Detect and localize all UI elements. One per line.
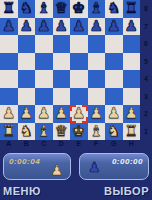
- square-d2[interactable]: ♟: [53, 105, 71, 123]
- square-g5[interactable]: [105, 53, 123, 71]
- square-f1[interactable]: ♝: [88, 123, 106, 141]
- square-c4[interactable]: [35, 70, 53, 88]
- piece-black-knight: ♞: [105, 0, 123, 18]
- square-f8[interactable]: ♝: [88, 0, 106, 18]
- file-label-a: A: [0, 139, 18, 148]
- square-b3[interactable]: [18, 88, 36, 106]
- square-h6[interactable]: [123, 35, 141, 53]
- piece-white-pawn: ♟: [53, 105, 71, 123]
- square-b1[interactable]: ♞: [18, 123, 36, 141]
- square-f3[interactable]: [88, 88, 106, 106]
- piece-black-pawn: ♟: [70, 18, 88, 36]
- square-a1[interactable]: ♜: [0, 123, 18, 141]
- square-g3[interactable]: [105, 88, 123, 106]
- square-a2[interactable]: ♟: [0, 105, 18, 123]
- file-label-f: F: [88, 139, 106, 148]
- piece-white-pawn: ♟: [123, 105, 141, 123]
- piece-black-rook: ♜: [0, 0, 18, 18]
- piece-white-queen: ♛: [53, 123, 71, 141]
- square-g1[interactable]: ♞: [105, 123, 123, 141]
- square-h3[interactable]: [123, 88, 141, 106]
- square-c5[interactable]: [35, 53, 53, 71]
- piece-black-knight: ♞: [18, 0, 36, 18]
- square-c6[interactable]: [35, 35, 53, 53]
- piece-black-pawn: ♟: [18, 18, 36, 36]
- square-a3[interactable]: [0, 88, 18, 106]
- black-clock-time: 0:00:00: [112, 157, 143, 166]
- rank-label-3: 3: [140, 88, 152, 106]
- square-e3[interactable]: [70, 88, 88, 106]
- square-b5[interactable]: [18, 53, 36, 71]
- white-pawn-icon: ♟: [50, 163, 63, 177]
- square-a5[interactable]: [0, 53, 18, 71]
- square-g7[interactable]: ♟: [105, 18, 123, 36]
- square-b6[interactable]: [18, 35, 36, 53]
- file-label-c: C: [35, 139, 53, 148]
- square-d4[interactable]: [53, 70, 71, 88]
- rank-label-2: 2: [140, 105, 152, 123]
- piece-black-pawn: ♟: [105, 18, 123, 36]
- piece-white-pawn: ♟: [88, 105, 106, 123]
- square-b8[interactable]: ♞: [18, 0, 36, 18]
- square-d6[interactable]: [53, 35, 71, 53]
- square-d8[interactable]: ♛: [53, 0, 71, 18]
- square-a6[interactable]: [0, 35, 18, 53]
- piece-black-pawn: ♟: [0, 18, 18, 36]
- square-a4[interactable]: [0, 70, 18, 88]
- rank-label-8: 8: [140, 0, 152, 18]
- square-b7[interactable]: ♟: [18, 18, 36, 36]
- softkey-menu[interactable]: МЕНЮ: [3, 185, 41, 197]
- rank-label-6: 6: [140, 35, 152, 53]
- piece-black-pawn: ♟: [123, 18, 141, 36]
- piece-white-pawn: ♟: [35, 105, 53, 123]
- square-f2[interactable]: ♟: [88, 105, 106, 123]
- rank-label-4: 4: [140, 70, 152, 88]
- piece-white-bishop: ♝: [35, 123, 53, 141]
- square-e2[interactable]: ♟: [70, 105, 88, 123]
- piece-black-bishop: ♝: [35, 0, 53, 18]
- rank-label-5: 5: [140, 53, 152, 71]
- square-g8[interactable]: ♞: [105, 0, 123, 18]
- square-f5[interactable]: [88, 53, 106, 71]
- square-f4[interactable]: [88, 70, 106, 88]
- rank-labels: 87654321: [140, 0, 152, 140]
- square-h5[interactable]: [123, 53, 141, 71]
- piece-white-pawn: ♟: [105, 105, 123, 123]
- square-e7[interactable]: ♟: [70, 18, 88, 36]
- piece-white-king: ♚: [70, 123, 88, 141]
- piece-black-pawn: ♟: [35, 18, 53, 36]
- piece-black-pawn: ♟: [88, 18, 106, 36]
- file-label-h: H: [123, 139, 141, 148]
- square-h2[interactable]: ♟: [123, 105, 141, 123]
- square-c7[interactable]: ♟: [35, 18, 53, 36]
- square-d3[interactable]: [53, 88, 71, 106]
- chess-game-screen: ♜♞♝♛♚♝♞♜♟♟♟♟♟♟♟♟♟♟♟♟♟♟♟♟♜♞♝♛♚♝♞♜ 8765432…: [0, 0, 152, 200]
- white-clock-panel: 0:00:04 ♟: [3, 153, 71, 180]
- square-e1[interactable]: ♚: [70, 123, 88, 141]
- piece-white-pawn: ♟: [18, 105, 36, 123]
- piece-black-pawn: ♟: [53, 18, 71, 36]
- square-e8[interactable]: ♚: [70, 0, 88, 18]
- square-g4[interactable]: [105, 70, 123, 88]
- piece-white-bishop: ♝: [88, 123, 106, 141]
- square-h1[interactable]: ♜: [123, 123, 141, 141]
- square-h7[interactable]: ♟: [123, 18, 141, 36]
- square-e4[interactable]: [70, 70, 88, 88]
- black-pawn-icon: ♟: [88, 160, 101, 174]
- file-label-b: B: [18, 139, 36, 148]
- square-c3[interactable]: [35, 88, 53, 106]
- square-f7[interactable]: ♟: [88, 18, 106, 36]
- piece-white-knight: ♞: [105, 123, 123, 141]
- square-c2[interactable]: ♟: [35, 105, 53, 123]
- piece-black-king: ♚: [70, 0, 88, 18]
- square-c1[interactable]: ♝: [35, 123, 53, 141]
- piece-white-rook: ♜: [0, 123, 18, 141]
- file-label-d: D: [53, 139, 71, 148]
- square-c8[interactable]: ♝: [35, 0, 53, 18]
- square-h8[interactable]: ♜: [123, 0, 141, 18]
- square-f6[interactable]: [88, 35, 106, 53]
- piece-black-rook: ♜: [123, 0, 141, 18]
- piece-white-rook: ♜: [123, 123, 141, 141]
- square-d7[interactable]: ♟: [53, 18, 71, 36]
- black-clock-panel: ♟ 0:00:00: [79, 153, 149, 180]
- file-labels: ABCDEFGH: [0, 139, 140, 148]
- piece-white-pawn: ♟: [70, 105, 88, 123]
- square-g2[interactable]: ♟: [105, 105, 123, 123]
- softkey-select[interactable]: ВЫБОР: [104, 185, 149, 197]
- square-b2[interactable]: ♟: [18, 105, 36, 123]
- square-b4[interactable]: [18, 70, 36, 88]
- square-d5[interactable]: [53, 53, 71, 71]
- rank-label-7: 7: [140, 18, 152, 36]
- piece-black-bishop: ♝: [88, 0, 106, 18]
- square-e5[interactable]: [70, 53, 88, 71]
- rank-label-1: 1: [140, 123, 152, 141]
- file-label-g: G: [105, 139, 123, 148]
- white-clock-time: 0:00:04: [9, 157, 40, 166]
- square-h4[interactable]: [123, 70, 141, 88]
- piece-black-queen: ♛: [53, 0, 71, 18]
- file-label-e: E: [70, 139, 88, 148]
- chess-board: ♜♞♝♛♚♝♞♜♟♟♟♟♟♟♟♟♟♟♟♟♟♟♟♟♜♞♝♛♚♝♞♜: [0, 0, 140, 140]
- piece-white-pawn: ♟: [0, 105, 18, 123]
- square-e6[interactable]: [70, 35, 88, 53]
- softkey-bar: МЕНЮ ВЫБОР: [0, 182, 152, 200]
- square-d1[interactable]: ♛: [53, 123, 71, 141]
- piece-white-knight: ♞: [18, 123, 36, 141]
- square-a7[interactable]: ♟: [0, 18, 18, 36]
- square-g6[interactable]: [105, 35, 123, 53]
- square-a8[interactable]: ♜: [0, 0, 18, 18]
